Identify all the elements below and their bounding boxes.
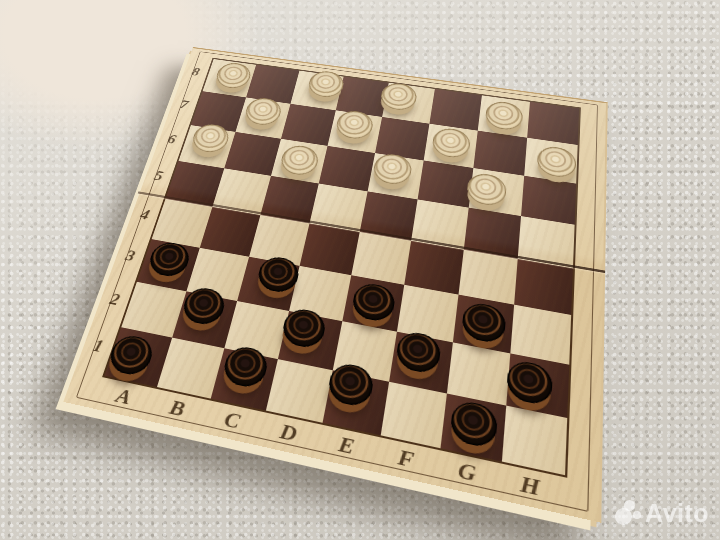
avito-logo-icon [607,496,643,530]
white-piece-g6 [466,172,508,208]
photo-scene: 87654321 ABCDEFGH Avito [0,0,720,540]
white-piece-a8 [213,61,253,90]
black-piece-g3 [461,301,507,345]
white-piece-g8 [484,100,523,132]
avito-logo-dot-top [624,500,635,511]
black-piece-e3 [350,281,396,323]
black-piece-a3 [146,240,193,279]
white-piece-e6 [372,152,414,186]
white-piece-h7 [536,145,576,180]
avito-watermark: Avito [607,496,709,530]
avito-logo-dot-right [633,511,641,519]
black-piece-h2 [506,359,553,407]
white-piece-f7 [431,126,471,159]
watermark-text: Avito [645,499,709,528]
black-piece-g1 [449,399,498,450]
white-piece-c6 [278,144,320,177]
